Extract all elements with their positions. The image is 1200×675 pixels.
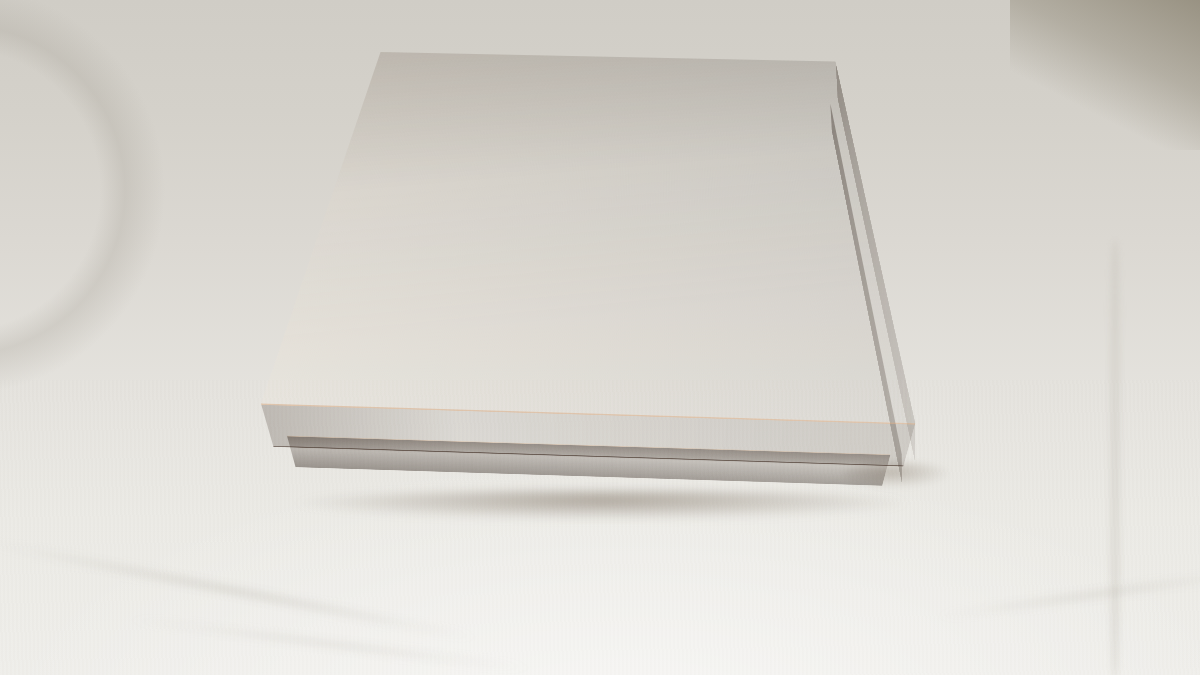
photo-scene [0, 0, 1200, 675]
box-cast-shadow [292, 490, 912, 520]
backdrop-corner-shadow [1010, 0, 1200, 150]
